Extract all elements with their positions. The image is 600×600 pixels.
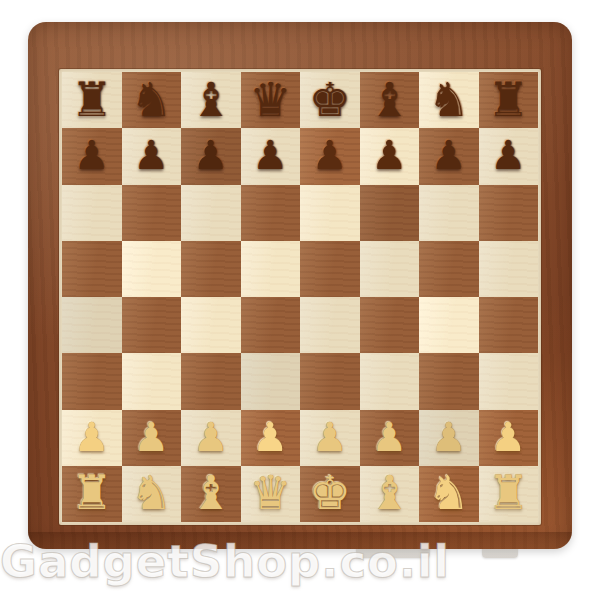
square-d3[interactable]	[241, 353, 301, 409]
black-pawn-d7: ♟	[252, 135, 288, 175]
black-knight-g8: ♞	[428, 76, 470, 123]
square-e5[interactable]	[300, 241, 360, 297]
square-a4[interactable]	[62, 297, 122, 353]
square-e2[interactable]: ♟	[300, 410, 360, 466]
square-e7[interactable]: ♟	[300, 128, 360, 184]
black-rook-h8: ♜	[487, 76, 529, 123]
white-pawn-d2: ♟	[252, 417, 288, 457]
square-g2[interactable]: ♟	[419, 410, 479, 466]
square-f3[interactable]	[360, 353, 420, 409]
square-d1[interactable]: ♛	[241, 466, 301, 522]
square-a8[interactable]: ♜	[62, 72, 122, 128]
white-knight-g1: ♞	[428, 469, 470, 516]
square-g8[interactable]: ♞	[419, 72, 479, 128]
black-pawn-b7: ♟	[133, 135, 169, 175]
square-g5[interactable]	[419, 241, 479, 297]
black-pawn-f7: ♟	[371, 135, 407, 175]
square-g6[interactable]	[419, 185, 479, 241]
square-h5[interactable]	[479, 241, 539, 297]
square-f7[interactable]: ♟	[360, 128, 420, 184]
square-a3[interactable]	[62, 353, 122, 409]
square-h8[interactable]: ♜	[479, 72, 539, 128]
black-pawn-c7: ♟	[193, 135, 229, 175]
square-b3[interactable]	[122, 353, 182, 409]
square-b4[interactable]	[122, 297, 182, 353]
square-e4[interactable]	[300, 297, 360, 353]
black-bishop-f8: ♝	[368, 76, 410, 123]
white-pawn-f2: ♟	[371, 417, 407, 457]
white-pawn-e2: ♟	[312, 417, 348, 457]
white-bishop-c1: ♝	[190, 469, 232, 516]
square-e1[interactable]: ♚	[300, 466, 360, 522]
square-f8[interactable]: ♝	[360, 72, 420, 128]
square-b1[interactable]: ♞	[122, 466, 182, 522]
white-pawn-h2: ♟	[490, 417, 526, 457]
black-pawn-h7: ♟	[490, 135, 526, 175]
board-inlay-border: ♜♞♝♛♚♝♞♜♟♟♟♟♟♟♟♟♟♟♟♟♟♟♟♟♜♞♝♛♚♝♞♜	[59, 69, 541, 525]
white-pawn-a2: ♟	[74, 417, 110, 457]
watermark: GadgetShop.co.il	[0, 535, 450, 588]
square-h3[interactable]	[479, 353, 539, 409]
square-g1[interactable]: ♞	[419, 466, 479, 522]
white-pawn-b2: ♟	[133, 417, 169, 457]
white-bishop-f1: ♝	[368, 469, 410, 516]
chess-board: ♜♞♝♛♚♝♞♜♟♟♟♟♟♟♟♟♟♟♟♟♟♟♟♟♜♞♝♛♚♝♞♜	[62, 72, 538, 522]
square-c7[interactable]: ♟	[181, 128, 241, 184]
square-a5[interactable]	[62, 241, 122, 297]
square-g3[interactable]	[419, 353, 479, 409]
square-d2[interactable]: ♟	[241, 410, 301, 466]
black-queen-d8: ♛	[249, 76, 291, 123]
square-h4[interactable]	[479, 297, 539, 353]
square-a2[interactable]: ♟	[62, 410, 122, 466]
square-c2[interactable]: ♟	[181, 410, 241, 466]
square-h2[interactable]: ♟	[479, 410, 539, 466]
black-pawn-g7: ♟	[431, 135, 467, 175]
square-c8[interactable]: ♝	[181, 72, 241, 128]
square-b2[interactable]: ♟	[122, 410, 182, 466]
square-c5[interactable]	[181, 241, 241, 297]
square-g4[interactable]	[419, 297, 479, 353]
square-d5[interactable]	[241, 241, 301, 297]
square-f2[interactable]: ♟	[360, 410, 420, 466]
black-pawn-a7: ♟	[74, 135, 110, 175]
square-a1[interactable]: ♜	[62, 466, 122, 522]
square-h6[interactable]	[479, 185, 539, 241]
square-f1[interactable]: ♝	[360, 466, 420, 522]
white-queen-d1: ♛	[249, 469, 291, 516]
white-knight-b1: ♞	[130, 469, 172, 516]
square-c1[interactable]: ♝	[181, 466, 241, 522]
white-pawn-c2: ♟	[193, 417, 229, 457]
square-h1[interactable]: ♜	[479, 466, 539, 522]
square-c4[interactable]	[181, 297, 241, 353]
white-king-e1: ♚	[309, 469, 351, 516]
white-rook-a1: ♜	[71, 469, 113, 516]
square-e3[interactable]	[300, 353, 360, 409]
square-d7[interactable]: ♟	[241, 128, 301, 184]
square-b6[interactable]	[122, 185, 182, 241]
square-a7[interactable]: ♟	[62, 128, 122, 184]
square-e8[interactable]: ♚	[300, 72, 360, 128]
white-rook-h1: ♜	[487, 469, 529, 516]
square-c3[interactable]	[181, 353, 241, 409]
square-f6[interactable]	[360, 185, 420, 241]
square-b7[interactable]: ♟	[122, 128, 182, 184]
black-rook-a8: ♜	[71, 76, 113, 123]
black-pawn-e7: ♟	[312, 135, 348, 175]
square-f4[interactable]	[360, 297, 420, 353]
product-photo: ♜♞♝♛♚♝♞♜♟♟♟♟♟♟♟♟♟♟♟♟♟♟♟♟♜♞♝♛♚♝♞♜ GadgetS…	[0, 0, 600, 600]
square-g7[interactable]: ♟	[419, 128, 479, 184]
square-d8[interactable]: ♛	[241, 72, 301, 128]
black-king-e8: ♚	[309, 76, 351, 123]
board-frame: ♜♞♝♛♚♝♞♜♟♟♟♟♟♟♟♟♟♟♟♟♟♟♟♟♜♞♝♛♚♝♞♜	[28, 22, 572, 549]
square-h7[interactable]: ♟	[479, 128, 539, 184]
square-b5[interactable]	[122, 241, 182, 297]
square-d6[interactable]	[241, 185, 301, 241]
white-pawn-g2: ♟	[431, 417, 467, 457]
square-c6[interactable]	[181, 185, 241, 241]
square-e6[interactable]	[300, 185, 360, 241]
black-bishop-c8: ♝	[190, 76, 232, 123]
black-knight-b8: ♞	[130, 76, 172, 123]
square-d4[interactable]	[241, 297, 301, 353]
square-b8[interactable]: ♞	[122, 72, 182, 128]
square-f5[interactable]	[360, 241, 420, 297]
square-a6[interactable]	[62, 185, 122, 241]
